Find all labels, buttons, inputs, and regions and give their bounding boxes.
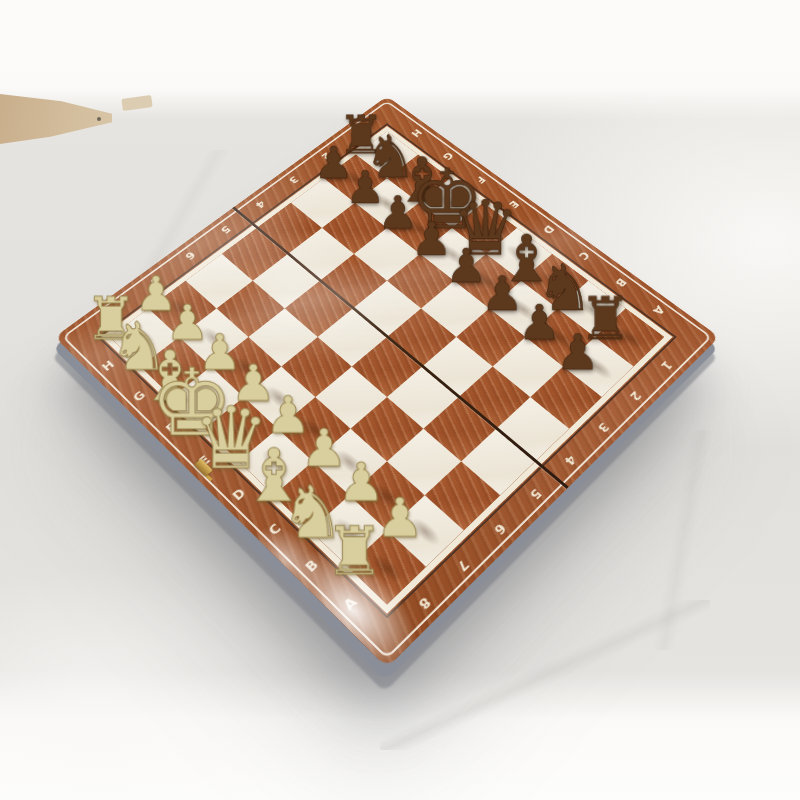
- piece-light-rook-a8[interactable]: ♜: [325, 517, 385, 584]
- photo-stage: HHGGFFEEDDCCBBAA1122334455667788 ♜♞♝♚♛♝♞…: [0, 0, 800, 800]
- paper-crease: [560, 430, 800, 650]
- piece-dark-pawn-a2[interactable]: ♟: [555, 326, 599, 376]
- dust-speck: [97, 117, 101, 121]
